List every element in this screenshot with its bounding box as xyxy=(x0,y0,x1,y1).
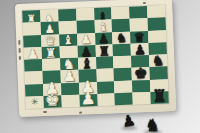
square: ♟ xyxy=(77,33,95,46)
square xyxy=(23,35,41,48)
square xyxy=(61,82,79,95)
square: ♟ xyxy=(24,47,42,60)
square xyxy=(113,56,131,69)
corner-logo: ✳ xyxy=(31,98,39,107)
square xyxy=(132,79,150,92)
captured-piece: ♟ xyxy=(121,113,137,130)
square xyxy=(133,92,151,105)
square: ♜ xyxy=(95,44,113,57)
square xyxy=(42,58,60,71)
square xyxy=(76,20,94,33)
square xyxy=(97,93,115,106)
square: ♝ xyxy=(94,20,112,33)
square xyxy=(78,69,96,82)
square xyxy=(95,56,113,69)
square xyxy=(130,18,148,31)
square xyxy=(23,22,41,35)
square: ♟ xyxy=(131,43,149,56)
border-marking xyxy=(79,112,82,114)
square: ♚ xyxy=(132,67,150,80)
square: ♞ xyxy=(149,54,167,67)
square: ♜ xyxy=(41,46,59,59)
square xyxy=(61,94,79,107)
square: ♚ xyxy=(43,95,61,108)
square xyxy=(131,55,149,68)
square xyxy=(148,30,166,43)
square: ♜ xyxy=(150,91,168,104)
square xyxy=(25,84,43,97)
square xyxy=(111,7,129,20)
square xyxy=(58,9,76,22)
square xyxy=(59,45,77,58)
border-marking xyxy=(19,48,21,53)
square: ✳ xyxy=(25,96,43,109)
square: ♞ xyxy=(40,9,58,22)
square xyxy=(150,66,168,79)
square xyxy=(24,59,42,72)
square xyxy=(148,18,166,31)
square xyxy=(114,80,132,93)
border-marking xyxy=(19,56,21,60)
chess-board-mat: ♜♞♝♟♝♛♝♟♟♞♛♟♜♟♜♟♞♝♞♟♚♟♟✳♚♟♜ xyxy=(15,0,176,117)
square xyxy=(150,79,168,92)
square: ♛ xyxy=(41,34,59,47)
square xyxy=(147,5,165,18)
square xyxy=(112,19,130,32)
square xyxy=(76,8,94,21)
square xyxy=(42,71,60,84)
border-marking xyxy=(43,111,47,113)
chess-board: ♜♞♝♟♝♛♝♟♟♞♛♟♜♟♜♟♞♝♞♟♚♟♟✳♚♟♜ xyxy=(22,5,169,108)
square xyxy=(129,6,147,19)
square: ♝ xyxy=(59,33,77,46)
square: ♜ xyxy=(22,10,40,23)
square xyxy=(96,69,114,82)
square: ♝ xyxy=(94,7,112,20)
square xyxy=(115,92,133,105)
photo-background: ♜♞♝♟♝♛♝♟♟♞♛♟♜♟♜♟♞♝♞♟♚♟♟✳♚♟♜ ♟♞ xyxy=(0,0,200,133)
captured-piece: ♞ xyxy=(144,116,160,133)
square: ♛ xyxy=(130,30,148,43)
square: ♟ xyxy=(79,94,97,107)
square: ♟ xyxy=(43,83,61,96)
square: ♟ xyxy=(40,22,58,35)
square xyxy=(113,43,131,56)
square: ♟ xyxy=(60,70,78,83)
square xyxy=(149,42,167,55)
square: ♟ xyxy=(79,81,97,94)
square: ♞ xyxy=(112,31,130,44)
square xyxy=(96,81,114,94)
square: ♟ xyxy=(95,32,113,45)
square: ♟ xyxy=(77,45,95,58)
square xyxy=(25,71,43,84)
border-marking xyxy=(143,2,146,4)
square xyxy=(114,68,132,81)
square: ♞ xyxy=(60,58,78,71)
border-marking xyxy=(18,40,20,45)
square: ♝ xyxy=(78,57,96,70)
square xyxy=(58,21,76,34)
